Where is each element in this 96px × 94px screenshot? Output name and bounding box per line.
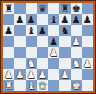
square-c5[interactable] [26,36,37,47]
square-a1[interactable]: ♜ [3,80,14,91]
square-g2[interactable] [71,69,82,80]
black-pawn-piece: ♟ [4,26,13,36]
square-b4[interactable] [14,47,25,58]
square-e4[interactable]: ♟ [48,47,59,58]
white-pawn-piece: ♟ [27,70,36,80]
square-g1[interactable]: ♚ [71,80,82,91]
square-f2[interactable]: ♟ [59,69,70,80]
black-pawn-piece: ♟ [38,26,47,36]
square-d5[interactable] [37,36,48,47]
square-h2[interactable] [82,69,93,80]
black-rook-piece: ♜ [4,4,13,14]
square-d1[interactable]: ♛ [37,80,48,91]
square-e1[interactable] [48,80,59,91]
square-g3[interactable]: ♞ [71,58,82,69]
chess-app-window: ♜♛♜♚♟♟♝♟♟♟♟♝♟♞♟♟♟♞♞♟♟♟♟♟♟♜♝♛♚ [0,0,96,94]
square-f6[interactable]: ♞ [59,25,70,36]
square-c3[interactable]: ♞ [26,58,37,69]
square-g5[interactable]: ♟ [71,36,82,47]
square-b3[interactable] [14,58,25,69]
square-h4[interactable] [82,47,93,58]
square-b5[interactable] [14,36,25,47]
square-a2[interactable]: ♟ [3,69,14,80]
square-a8[interactable]: ♜ [3,3,14,14]
square-a5[interactable] [3,36,14,47]
square-e6[interactable] [48,25,59,36]
white-pawn-piece: ♟ [38,70,47,80]
square-d3[interactable] [37,58,48,69]
square-h3[interactable]: ♟ [82,58,93,69]
white-knight-piece: ♞ [72,59,81,69]
black-king-piece: ♚ [72,4,81,14]
square-g7[interactable]: ♟ [71,14,82,25]
square-f5[interactable] [59,36,70,47]
square-f4[interactable] [59,47,70,58]
black-pawn-piece: ♟ [15,15,24,25]
square-e3[interactable] [48,58,59,69]
black-bishop-piece: ♝ [49,15,58,25]
square-c8[interactable] [26,3,37,14]
black-rook-piece: ♜ [60,4,69,14]
white-pawn-piece: ♟ [15,70,24,80]
chessboard: ♜♛♜♚♟♟♝♟♟♟♟♝♟♞♟♟♟♞♞♟♟♟♟♟♟♜♝♛♚ [3,3,93,91]
square-a7[interactable] [3,14,14,25]
square-d4[interactable] [37,47,48,58]
square-h5[interactable] [82,36,93,47]
square-d2[interactable]: ♟ [37,69,48,80]
square-e5[interactable]: ♟ [48,36,59,47]
square-a3[interactable] [3,58,14,69]
black-bishop-piece: ♝ [27,26,36,36]
white-rook-piece: ♜ [4,81,13,91]
white-knight-piece: ♞ [27,59,36,69]
square-f3[interactable] [59,58,70,69]
square-g4[interactable] [71,47,82,58]
square-b2[interactable]: ♟ [14,69,25,80]
black-pawn-piece: ♟ [27,15,36,25]
square-h7[interactable]: ♟ [82,14,93,25]
white-pawn-piece: ♟ [4,70,13,80]
white-pawn-piece: ♟ [72,37,81,47]
square-d8[interactable]: ♛ [37,3,48,14]
white-bishop-piece: ♝ [27,81,36,91]
black-pawn-piece: ♟ [72,15,81,25]
white-pawn-piece: ♟ [49,48,58,58]
black-pawn-piece: ♟ [83,15,92,25]
white-pawn-piece: ♟ [60,70,69,80]
square-c4[interactable] [26,47,37,58]
square-g6[interactable] [71,25,82,36]
square-b1[interactable] [14,80,25,91]
square-f1[interactable] [59,80,70,91]
square-h8[interactable] [82,3,93,14]
square-c2[interactable]: ♟ [26,69,37,80]
black-pawn-piece: ♟ [49,37,58,47]
square-f8[interactable]: ♜ [59,3,70,14]
square-e7[interactable]: ♝ [48,14,59,25]
square-b8[interactable] [14,3,25,14]
square-e2[interactable] [48,69,59,80]
square-a4[interactable] [3,47,14,58]
black-knight-piece: ♞ [60,26,69,36]
square-f7[interactable]: ♟ [59,14,70,25]
square-a6[interactable]: ♟ [3,25,14,36]
square-b6[interactable] [14,25,25,36]
square-d6[interactable]: ♟ [37,25,48,36]
white-pawn-piece: ♟ [83,59,92,69]
square-c6[interactable]: ♝ [26,25,37,36]
square-c7[interactable]: ♟ [26,14,37,25]
white-king-piece: ♚ [72,81,81,91]
black-pawn-piece: ♟ [60,15,69,25]
square-d7[interactable] [37,14,48,25]
board-frame: ♜♛♜♚♟♟♝♟♟♟♟♝♟♞♟♟♟♞♞♟♟♟♟♟♟♜♝♛♚ [0,0,96,94]
square-c1[interactable]: ♝ [26,80,37,91]
black-queen-piece: ♛ [38,4,47,14]
white-queen-piece: ♛ [38,81,47,91]
square-e8[interactable] [48,3,59,14]
square-h6[interactable] [82,25,93,36]
square-h1[interactable] [82,80,93,91]
square-g8[interactable]: ♚ [71,3,82,14]
square-b7[interactable]: ♟ [14,14,25,25]
